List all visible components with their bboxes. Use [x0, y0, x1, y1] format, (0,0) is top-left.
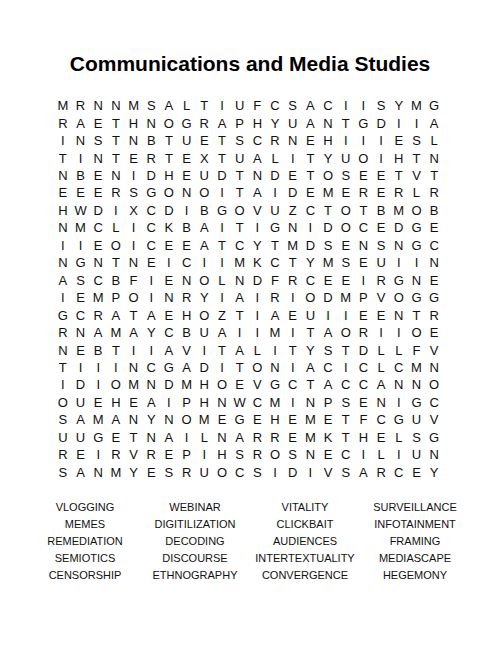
- grid-cell[interactable]: P: [319, 394, 337, 411]
- grid-cell[interactable]: E: [231, 376, 249, 393]
- grid-cell[interactable]: D: [284, 464, 302, 481]
- grid-cell[interactable]: U: [266, 202, 284, 219]
- grid-cell[interactable]: I: [160, 254, 178, 271]
- grid-cell[interactable]: E: [178, 237, 196, 254]
- grid-cell[interactable]: S: [248, 464, 266, 481]
- grid-cell[interactable]: C: [248, 394, 266, 411]
- grid-cell[interactable]: A: [142, 394, 160, 411]
- grid-cell[interactable]: C: [319, 359, 337, 376]
- grid-cell[interactable]: B: [425, 202, 443, 219]
- grid-cell[interactable]: U: [195, 324, 213, 341]
- grid-cell[interactable]: G: [425, 429, 443, 446]
- grid-cell[interactable]: R: [195, 114, 213, 131]
- grid-cell[interactable]: L: [266, 149, 284, 166]
- grid-cell[interactable]: M: [302, 411, 320, 428]
- grid-cell[interactable]: U: [72, 429, 90, 446]
- grid-cell[interactable]: A: [125, 324, 143, 341]
- grid-cell[interactable]: N: [372, 394, 390, 411]
- grid-cell[interactable]: N: [72, 132, 90, 149]
- grid-cell[interactable]: C: [355, 219, 373, 236]
- grid-cell[interactable]: E: [372, 219, 390, 236]
- grid-cell[interactable]: M: [54, 97, 72, 114]
- grid-cell[interactable]: D: [213, 167, 231, 184]
- grid-cell[interactable]: I: [302, 219, 320, 236]
- grid-cell[interactable]: E: [248, 411, 266, 428]
- grid-cell[interactable]: C: [160, 324, 178, 341]
- grid-cell[interactable]: T: [160, 149, 178, 166]
- grid-cell[interactable]: I: [107, 359, 125, 376]
- grid-cell[interactable]: P: [107, 289, 125, 306]
- grid-cell[interactable]: O: [355, 149, 373, 166]
- grid-cell[interactable]: A: [302, 114, 320, 131]
- grid-cell[interactable]: G: [89, 429, 107, 446]
- grid-cell[interactable]: E: [425, 324, 443, 341]
- grid-cell[interactable]: U: [231, 97, 249, 114]
- grid-cell[interactable]: A: [266, 306, 284, 323]
- grid-cell[interactable]: I: [248, 289, 266, 306]
- grid-cell[interactable]: O: [178, 411, 196, 428]
- grid-cell[interactable]: H: [248, 114, 266, 131]
- grid-cell[interactable]: I: [337, 359, 355, 376]
- grid-cell[interactable]: O: [319, 167, 337, 184]
- grid-cell[interactable]: G: [390, 272, 408, 289]
- grid-cell[interactable]: G: [408, 289, 426, 306]
- grid-cell[interactable]: S: [319, 341, 337, 358]
- grid-cell[interactable]: E: [302, 184, 320, 201]
- grid-cell[interactable]: N: [213, 394, 231, 411]
- grid-cell[interactable]: E: [284, 429, 302, 446]
- grid-cell[interactable]: O: [337, 219, 355, 236]
- grid-cell[interactable]: A: [178, 359, 196, 376]
- grid-cell[interactable]: N: [54, 167, 72, 184]
- grid-cell[interactable]: I: [213, 289, 231, 306]
- grid-cell[interactable]: C: [142, 219, 160, 236]
- grid-cell[interactable]: I: [89, 359, 107, 376]
- grid-cell[interactable]: C: [142, 237, 160, 254]
- grid-cell[interactable]: E: [372, 429, 390, 446]
- grid-cell[interactable]: M: [107, 324, 125, 341]
- grid-cell[interactable]: G: [355, 114, 373, 131]
- grid-cell[interactable]: M: [337, 289, 355, 306]
- grid-cell[interactable]: E: [178, 149, 196, 166]
- grid-cell[interactable]: E: [125, 149, 143, 166]
- grid-cell[interactable]: A: [302, 97, 320, 114]
- grid-cell[interactable]: I: [408, 114, 426, 131]
- grid-cell[interactable]: I: [284, 359, 302, 376]
- grid-cell[interactable]: T: [107, 341, 125, 358]
- grid-cell[interactable]: D: [355, 341, 373, 358]
- grid-cell[interactable]: E: [319, 411, 337, 428]
- grid-cell[interactable]: O: [195, 184, 213, 201]
- grid-cell[interactable]: H: [107, 394, 125, 411]
- grid-cell[interactable]: I: [213, 219, 231, 236]
- grid-cell[interactable]: T: [213, 132, 231, 149]
- grid-cell[interactable]: U: [178, 132, 196, 149]
- grid-cell[interactable]: R: [266, 289, 284, 306]
- grid-cell[interactable]: E: [178, 167, 196, 184]
- grid-cell[interactable]: M: [408, 359, 426, 376]
- grid-cell[interactable]: N: [54, 341, 72, 358]
- grid-cell[interactable]: O: [248, 359, 266, 376]
- grid-cell[interactable]: I: [195, 446, 213, 463]
- grid-cell[interactable]: T: [408, 149, 426, 166]
- grid-cell[interactable]: T: [302, 149, 320, 166]
- grid-cell[interactable]: T: [337, 341, 355, 358]
- grid-cell[interactable]: S: [372, 237, 390, 254]
- grid-cell[interactable]: R: [54, 324, 72, 341]
- grid-cell[interactable]: F: [408, 341, 426, 358]
- grid-cell[interactable]: Z: [284, 202, 302, 219]
- grid-cell[interactable]: O: [213, 376, 231, 393]
- grid-cell[interactable]: G: [160, 359, 178, 376]
- grid-cell[interactable]: T: [302, 376, 320, 393]
- grid-cell[interactable]: N: [425, 254, 443, 271]
- grid-cell[interactable]: E: [337, 272, 355, 289]
- grid-cell[interactable]: E: [337, 184, 355, 201]
- grid-cell[interactable]: G: [390, 411, 408, 428]
- grid-cell[interactable]: N: [107, 97, 125, 114]
- grid-cell[interactable]: C: [89, 272, 107, 289]
- grid-cell[interactable]: T: [213, 149, 231, 166]
- grid-cell[interactable]: A: [72, 114, 90, 131]
- grid-cell[interactable]: S: [125, 184, 143, 201]
- grid-cell[interactable]: H: [160, 167, 178, 184]
- grid-cell[interactable]: S: [372, 97, 390, 114]
- grid-cell[interactable]: M: [89, 411, 107, 428]
- grid-cell[interactable]: O: [408, 324, 426, 341]
- grid-cell[interactable]: A: [213, 324, 231, 341]
- grid-cell[interactable]: N: [284, 219, 302, 236]
- grid-cell[interactable]: G: [142, 184, 160, 201]
- grid-cell[interactable]: H: [355, 429, 373, 446]
- grid-cell[interactable]: I: [372, 149, 390, 166]
- grid-cell[interactable]: A: [319, 376, 337, 393]
- grid-cell[interactable]: N: [125, 132, 143, 149]
- grid-cell[interactable]: C: [337, 446, 355, 463]
- grid-cell[interactable]: E: [319, 446, 337, 463]
- grid-cell[interactable]: I: [248, 219, 266, 236]
- grid-cell[interactable]: A: [72, 411, 90, 428]
- grid-cell[interactable]: G: [408, 237, 426, 254]
- grid-cell[interactable]: O: [107, 376, 125, 393]
- grid-cell[interactable]: C: [425, 237, 443, 254]
- grid-cell[interactable]: S: [337, 464, 355, 481]
- grid-cell[interactable]: I: [178, 202, 196, 219]
- grid-cell[interactable]: T: [231, 359, 249, 376]
- grid-cell[interactable]: B: [178, 219, 196, 236]
- grid-cell[interactable]: O: [266, 446, 284, 463]
- grid-cell[interactable]: R: [390, 184, 408, 201]
- grid-cell[interactable]: E: [142, 464, 160, 481]
- grid-cell[interactable]: I: [54, 376, 72, 393]
- grid-cell[interactable]: N: [355, 237, 373, 254]
- grid-cell[interactable]: L: [425, 132, 443, 149]
- grid-cell[interactable]: Y: [248, 237, 266, 254]
- grid-cell[interactable]: O: [408, 202, 426, 219]
- grid-cell[interactable]: C: [72, 306, 90, 323]
- grid-cell[interactable]: U: [284, 114, 302, 131]
- grid-cell[interactable]: S: [142, 97, 160, 114]
- grid-cell[interactable]: T: [231, 167, 249, 184]
- grid-cell[interactable]: T: [337, 411, 355, 428]
- grid-cell[interactable]: E: [284, 411, 302, 428]
- grid-cell[interactable]: I: [284, 289, 302, 306]
- grid-cell[interactable]: N: [54, 219, 72, 236]
- grid-cell[interactable]: A: [231, 429, 249, 446]
- grid-cell[interactable]: A: [248, 184, 266, 201]
- grid-cell[interactable]: R: [266, 429, 284, 446]
- grid-cell[interactable]: O: [54, 394, 72, 411]
- grid-cell[interactable]: R: [355, 184, 373, 201]
- grid-cell[interactable]: D: [302, 237, 320, 254]
- grid-cell[interactable]: I: [72, 149, 90, 166]
- grid-cell[interactable]: I: [390, 446, 408, 463]
- grid-cell[interactable]: I: [54, 132, 72, 149]
- grid-cell[interactable]: T: [302, 324, 320, 341]
- grid-cell[interactable]: A: [160, 429, 178, 446]
- grid-cell[interactable]: E: [72, 289, 90, 306]
- grid-cell[interactable]: I: [231, 324, 249, 341]
- grid-cell[interactable]: O: [107, 237, 125, 254]
- grid-cell[interactable]: M: [125, 97, 143, 114]
- grid-cell[interactable]: R: [142, 446, 160, 463]
- grid-cell[interactable]: G: [72, 254, 90, 271]
- grid-cell[interactable]: C: [390, 359, 408, 376]
- grid-cell[interactable]: A: [89, 324, 107, 341]
- grid-cell[interactable]: M: [302, 429, 320, 446]
- grid-cell[interactable]: V: [248, 376, 266, 393]
- grid-cell[interactable]: O: [302, 289, 320, 306]
- grid-cell[interactable]: I: [390, 324, 408, 341]
- grid-cell[interactable]: E: [425, 219, 443, 236]
- grid-cell[interactable]: H: [213, 446, 231, 463]
- grid-cell[interactable]: O: [337, 324, 355, 341]
- grid-cell[interactable]: Y: [302, 341, 320, 358]
- grid-cell[interactable]: G: [425, 289, 443, 306]
- grid-cell[interactable]: G: [213, 202, 231, 219]
- grid-cell[interactable]: T: [302, 167, 320, 184]
- grid-cell[interactable]: T: [319, 202, 337, 219]
- grid-cell[interactable]: N: [89, 149, 107, 166]
- grid-cell[interactable]: P: [178, 394, 196, 411]
- grid-cell[interactable]: C: [231, 464, 249, 481]
- grid-cell[interactable]: E: [355, 394, 373, 411]
- grid-cell[interactable]: N: [284, 132, 302, 149]
- grid-cell[interactable]: U: [337, 149, 355, 166]
- grid-cell[interactable]: Y: [142, 324, 160, 341]
- grid-cell[interactable]: I: [142, 289, 160, 306]
- grid-cell[interactable]: I: [266, 464, 284, 481]
- grid-cell[interactable]: T: [160, 132, 178, 149]
- grid-cell[interactable]: C: [337, 376, 355, 393]
- grid-cell[interactable]: I: [89, 446, 107, 463]
- grid-cell[interactable]: E: [72, 341, 90, 358]
- grid-cell[interactable]: B: [72, 167, 90, 184]
- grid-cell[interactable]: T: [125, 306, 143, 323]
- grid-cell[interactable]: I: [248, 306, 266, 323]
- grid-cell[interactable]: R: [425, 306, 443, 323]
- grid-cell[interactable]: C: [284, 376, 302, 393]
- grid-cell[interactable]: C: [425, 394, 443, 411]
- grid-cell[interactable]: I: [284, 324, 302, 341]
- grid-cell[interactable]: O: [160, 184, 178, 201]
- grid-cell[interactable]: U: [195, 464, 213, 481]
- grid-cell[interactable]: L: [195, 429, 213, 446]
- grid-cell[interactable]: F: [266, 272, 284, 289]
- grid-cell[interactable]: D: [195, 359, 213, 376]
- grid-cell[interactable]: E: [213, 411, 231, 428]
- grid-cell[interactable]: I: [266, 184, 284, 201]
- grid-cell[interactable]: T: [231, 306, 249, 323]
- grid-cell[interactable]: B: [89, 341, 107, 358]
- grid-cell[interactable]: G: [408, 219, 426, 236]
- grid-cell[interactable]: T: [284, 341, 302, 358]
- grid-cell[interactable]: N: [319, 114, 337, 131]
- grid-cell[interactable]: M: [72, 219, 90, 236]
- grid-cell[interactable]: V: [372, 289, 390, 306]
- grid-cell[interactable]: A: [372, 376, 390, 393]
- grid-cell[interactable]: L: [248, 341, 266, 358]
- grid-cell[interactable]: R: [425, 184, 443, 201]
- grid-cell[interactable]: E: [355, 254, 373, 271]
- grid-cell[interactable]: E: [284, 306, 302, 323]
- grid-cell[interactable]: M: [178, 376, 196, 393]
- grid-cell[interactable]: M: [107, 464, 125, 481]
- grid-cell[interactable]: A: [160, 341, 178, 358]
- grid-cell[interactable]: M: [89, 289, 107, 306]
- grid-cell[interactable]: C: [142, 202, 160, 219]
- grid-cell[interactable]: U: [372, 254, 390, 271]
- grid-cell[interactable]: M: [319, 184, 337, 201]
- grid-cell[interactable]: A: [302, 359, 320, 376]
- grid-cell[interactable]: I: [337, 97, 355, 114]
- grid-cell[interactable]: U: [408, 446, 426, 463]
- grid-cell[interactable]: E: [160, 272, 178, 289]
- grid-cell[interactable]: H: [390, 149, 408, 166]
- grid-cell[interactable]: L: [372, 359, 390, 376]
- grid-cell[interactable]: I: [107, 202, 125, 219]
- grid-cell[interactable]: R: [248, 446, 266, 463]
- grid-cell[interactable]: M: [319, 254, 337, 271]
- grid-cell[interactable]: N: [178, 184, 196, 201]
- grid-cell[interactable]: N: [89, 464, 107, 481]
- grid-cell[interactable]: R: [372, 464, 390, 481]
- grid-cell[interactable]: I: [319, 306, 337, 323]
- grid-cell[interactable]: L: [390, 429, 408, 446]
- grid-cell[interactable]: E: [72, 446, 90, 463]
- grid-cell[interactable]: N: [72, 324, 90, 341]
- grid-cell[interactable]: I: [54, 289, 72, 306]
- grid-cell[interactable]: Z: [213, 306, 231, 323]
- grid-cell[interactable]: N: [425, 446, 443, 463]
- grid-cell[interactable]: O: [160, 114, 178, 131]
- grid-cell[interactable]: E: [72, 184, 90, 201]
- grid-cell[interactable]: C: [355, 376, 373, 393]
- grid-cell[interactable]: W: [72, 202, 90, 219]
- grid-cell[interactable]: P: [355, 289, 373, 306]
- grid-cell[interactable]: L: [372, 446, 390, 463]
- grid-cell[interactable]: N: [213, 429, 231, 446]
- grid-cell[interactable]: D: [319, 219, 337, 236]
- grid-cell[interactable]: I: [54, 237, 72, 254]
- grid-cell[interactable]: I: [390, 254, 408, 271]
- grid-cell[interactable]: I: [213, 184, 231, 201]
- grid-cell[interactable]: E: [89, 114, 107, 131]
- grid-cell[interactable]: C: [231, 237, 249, 254]
- grid-cell[interactable]: I: [408, 254, 426, 271]
- grid-cell[interactable]: H: [125, 114, 143, 131]
- grid-cell[interactable]: N: [390, 237, 408, 254]
- grid-cell[interactable]: B: [142, 132, 160, 149]
- grid-cell[interactable]: G: [425, 97, 443, 114]
- grid-cell[interactable]: A: [107, 411, 125, 428]
- grid-cell[interactable]: A: [195, 237, 213, 254]
- grid-cell[interactable]: N: [178, 272, 196, 289]
- grid-cell[interactable]: T: [266, 237, 284, 254]
- grid-cell[interactable]: O: [337, 202, 355, 219]
- grid-cell[interactable]: D: [160, 202, 178, 219]
- grid-cell[interactable]: T: [337, 114, 355, 131]
- grid-cell[interactable]: D: [89, 202, 107, 219]
- grid-cell[interactable]: I: [390, 114, 408, 131]
- grid-cell[interactable]: I: [355, 272, 373, 289]
- grid-cell[interactable]: L: [107, 219, 125, 236]
- grid-cell[interactable]: E: [107, 429, 125, 446]
- grid-cell[interactable]: E: [372, 306, 390, 323]
- grid-cell[interactable]: R: [107, 446, 125, 463]
- grid-cell[interactable]: T: [107, 114, 125, 131]
- grid-cell[interactable]: T: [125, 429, 143, 446]
- grid-cell[interactable]: N: [89, 254, 107, 271]
- grid-cell[interactable]: A: [195, 219, 213, 236]
- grid-cell[interactable]: B: [107, 272, 125, 289]
- grid-cell[interactable]: S: [408, 132, 426, 149]
- grid-cell[interactable]: O: [231, 202, 249, 219]
- grid-cell[interactable]: I: [125, 237, 143, 254]
- grid-cell[interactable]: E: [372, 184, 390, 201]
- grid-cell[interactable]: D: [142, 167, 160, 184]
- grid-cell[interactable]: L: [213, 272, 231, 289]
- grid-cell[interactable]: I: [178, 429, 196, 446]
- grid-cell[interactable]: N: [302, 446, 320, 463]
- grid-cell[interactable]: N: [125, 359, 143, 376]
- grid-cell[interactable]: A: [72, 464, 90, 481]
- grid-cell[interactable]: E: [89, 184, 107, 201]
- grid-cell[interactable]: O: [390, 289, 408, 306]
- grid-cell[interactable]: E: [372, 167, 390, 184]
- grid-cell[interactable]: E: [160, 446, 178, 463]
- grid-cell[interactable]: K: [319, 429, 337, 446]
- grid-cell[interactable]: L: [408, 184, 426, 201]
- grid-cell[interactable]: T: [54, 359, 72, 376]
- grid-cell[interactable]: C: [89, 219, 107, 236]
- grid-cell[interactable]: R: [248, 429, 266, 446]
- grid-cell[interactable]: S: [337, 254, 355, 271]
- grid-cell[interactable]: E: [355, 167, 373, 184]
- grid-cell[interactable]: E: [408, 464, 426, 481]
- grid-cell[interactable]: L: [372, 341, 390, 358]
- grid-cell[interactable]: E: [160, 306, 178, 323]
- grid-cell[interactable]: V: [248, 202, 266, 219]
- grid-cell[interactable]: R: [266, 132, 284, 149]
- grid-cell[interactable]: S: [72, 272, 90, 289]
- grid-cell[interactable]: T: [408, 306, 426, 323]
- grid-cell[interactable]: E: [195, 132, 213, 149]
- grid-cell[interactable]: K: [248, 254, 266, 271]
- grid-cell[interactable]: E: [89, 394, 107, 411]
- grid-cell[interactable]: R: [54, 446, 72, 463]
- grid-cell[interactable]: A: [54, 272, 72, 289]
